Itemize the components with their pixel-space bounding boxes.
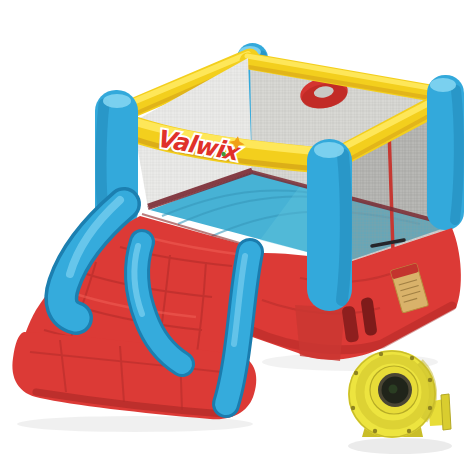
blower-bolt	[379, 352, 383, 356]
front-right-post-shade	[342, 155, 346, 300]
blower-shadow	[348, 438, 452, 454]
blower-bolt	[428, 406, 432, 410]
back-right-post-cap	[430, 78, 456, 92]
blower-bolt	[354, 371, 358, 375]
back-right-post-shade	[455, 90, 459, 220]
bounce-house-illustration: Valwix	[0, 0, 474, 474]
front-left-post-cap	[103, 94, 131, 108]
blower-bolt	[407, 429, 411, 433]
blower-outlet-flange	[441, 394, 451, 430]
front-right-post-cap	[314, 142, 344, 158]
blower-bolt	[351, 406, 355, 410]
product-photo: Valwix	[0, 0, 474, 474]
back-right-post	[427, 75, 464, 230]
front-right-post	[307, 139, 352, 311]
blower-bolt	[428, 378, 432, 382]
blower-bolt	[373, 429, 377, 433]
blower-intake-center	[389, 385, 398, 394]
blower-bolt	[410, 356, 414, 360]
base-corner-step	[295, 305, 345, 361]
